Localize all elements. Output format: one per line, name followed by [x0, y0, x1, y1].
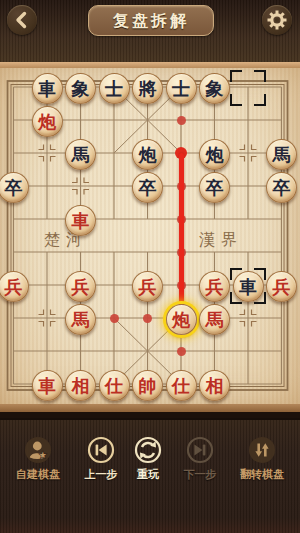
next-step-button[interactable]: 下一步: [168, 436, 232, 482]
bottom-toolbar: ★ 自建棋盘 上一步 重玩: [0, 418, 300, 533]
move-dot[interactable]: [177, 116, 186, 125]
piece-red-chariot[interactable]: 車: [65, 205, 96, 236]
piece-red-horse[interactable]: 馬: [65, 304, 96, 335]
page-title: 复盘拆解: [88, 5, 214, 36]
piece-black-chariot[interactable]: 車: [233, 271, 264, 302]
piece-black-horse[interactable]: 馬: [65, 139, 96, 170]
piece-black-chariot[interactable]: 車: [32, 73, 63, 104]
replay-icon: [134, 436, 162, 464]
flip-board-button[interactable]: 翻转棋盘: [230, 436, 294, 482]
piece-black-soldier[interactable]: 卒: [132, 172, 163, 203]
piece-red-elephant[interactable]: 相: [65, 370, 96, 401]
move-dot[interactable]: [143, 314, 152, 323]
move-path-line: [179, 153, 184, 318]
piece-black-soldier[interactable]: 卒: [199, 172, 230, 203]
river-label-right: 漢界: [199, 230, 243, 250]
flip-arrows-icon: [248, 436, 276, 464]
piece-red-soldier[interactable]: 兵: [0, 271, 29, 302]
back-chevron-icon: [9, 7, 35, 33]
piece-red-horse[interactable]: 馬: [199, 304, 230, 335]
piece-red-soldier[interactable]: 兵: [132, 271, 163, 302]
user-star-icon: ★: [24, 436, 52, 464]
next-step-label: 下一步: [168, 467, 232, 482]
create-board-label: 自建棋盘: [6, 467, 70, 482]
piece-black-elephant[interactable]: 象: [65, 73, 96, 104]
piece-black-cannon[interactable]: 炮: [199, 139, 230, 170]
piece-black-elephant[interactable]: 象: [199, 73, 230, 104]
piece-red-cannon[interactable]: 炮: [32, 106, 63, 137]
skip-previous-icon: [87, 436, 115, 464]
piece-black-general[interactable]: 將: [132, 73, 163, 104]
piece-black-cannon[interactable]: 炮: [132, 139, 163, 170]
svg-text:★: ★: [39, 450, 47, 460]
piece-red-elephant[interactable]: 相: [199, 370, 230, 401]
move-dot[interactable]: [177, 347, 186, 356]
piece-red-advisor[interactable]: 仕: [166, 370, 197, 401]
xiangqi-board[interactable]: 楚河 漢界 車象士將士象炮馬炮炮馬卒卒卒卒車兵兵兵兵車兵馬炮馬車相仕帥仕相: [0, 62, 300, 418]
piece-black-advisor[interactable]: 士: [166, 73, 197, 104]
app-screen: 复盘拆解 楚河 漢界 車象士將士象炮馬炮炮馬卒卒卒卒車兵兵兵兵車兵馬炮馬車相仕帥…: [0, 0, 300, 533]
back-button[interactable]: [7, 5, 37, 35]
piece-red-general[interactable]: 帥: [132, 370, 163, 401]
piece-black-soldier[interactable]: 卒: [266, 172, 297, 203]
create-board-button[interactable]: ★ 自建棋盘: [6, 436, 70, 482]
flip-board-label: 翻转棋盘: [230, 467, 294, 482]
piece-black-soldier[interactable]: 卒: [0, 172, 29, 203]
skip-next-icon: [186, 436, 214, 464]
move-dot[interactable]: [110, 314, 119, 323]
piece-black-horse[interactable]: 馬: [266, 139, 297, 170]
piece-red-cannon[interactable]: 炮: [166, 304, 197, 335]
piece-black-advisor[interactable]: 士: [99, 73, 130, 104]
piece-red-chariot[interactable]: 車: [32, 370, 63, 401]
gear-icon: [264, 7, 290, 33]
piece-red-soldier[interactable]: 兵: [65, 271, 96, 302]
settings-button[interactable]: [262, 5, 292, 35]
piece-red-soldier[interactable]: 兵: [266, 271, 297, 302]
header: 复盘拆解: [0, 0, 300, 62]
piece-red-advisor[interactable]: 仕: [99, 370, 130, 401]
piece-red-soldier[interactable]: 兵: [199, 271, 230, 302]
